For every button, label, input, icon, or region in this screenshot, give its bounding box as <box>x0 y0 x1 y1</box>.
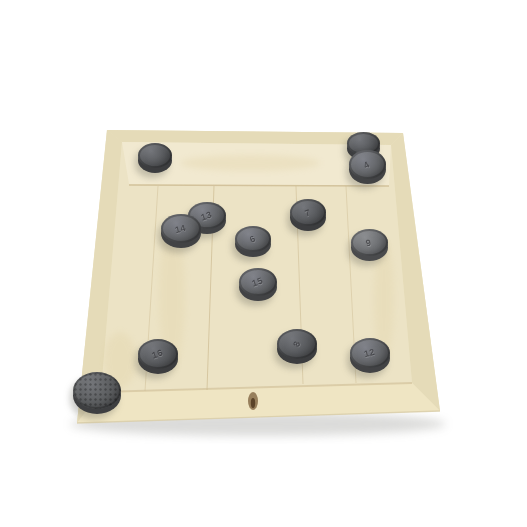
disc-label: 14 <box>174 222 187 235</box>
disc-stack-top[interactable]: 4 <box>349 150 386 184</box>
disc-bottom-center[interactable]: 8 <box>277 329 317 364</box>
disc-midleft-front[interactable]: 14 <box>161 214 201 248</box>
disc-face: 7 <box>290 199 326 226</box>
disc-face: 12 <box>350 338 390 368</box>
disc-layer: 413146791581216 <box>0 0 527 527</box>
disc-label: 9 <box>365 237 373 248</box>
disc-top-left[interactable] <box>138 143 172 173</box>
disc-corner-textured[interactable] <box>73 372 121 414</box>
disc-face: 4 <box>349 150 386 179</box>
disc-face: 6 <box>235 226 271 252</box>
disc-face <box>138 143 172 168</box>
disc-label: 12 <box>363 346 376 359</box>
disc-label: 15 <box>251 275 265 288</box>
disc-label: 8 <box>291 339 302 348</box>
disc-face: 16 <box>138 339 178 369</box>
disc-face: 14 <box>161 214 201 243</box>
disc-right[interactable]: 9 <box>351 229 388 261</box>
disc-face: 15 <box>239 268 277 296</box>
disc-mid-right[interactable]: 7 <box>290 199 326 231</box>
disc-label: 4 <box>362 159 372 170</box>
disc-label: 6 <box>248 233 257 244</box>
photo-background: 413146791581216 <box>0 0 527 527</box>
disc-bottom-left[interactable]: 16 <box>138 339 178 374</box>
disc-label: 13 <box>200 209 214 222</box>
disc-bottom-right[interactable]: 12 <box>350 338 390 373</box>
disc-label: 7 <box>304 207 313 218</box>
disc-face: 8 <box>277 329 317 359</box>
disc-face: 9 <box>351 229 388 256</box>
disc-label: 16 <box>151 347 165 360</box>
disc-center[interactable]: 15 <box>239 268 277 301</box>
disc-face <box>73 372 121 409</box>
disc-upper-center[interactable]: 6 <box>235 226 271 257</box>
